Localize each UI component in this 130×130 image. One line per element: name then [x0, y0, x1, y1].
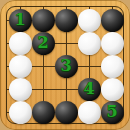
white-stone	[9, 78, 32, 101]
white-stone	[78, 32, 101, 55]
white-stone	[101, 32, 124, 55]
move-number-5: 5	[101, 101, 124, 124]
black-stone	[32, 9, 55, 32]
page-background: 12345	[0, 0, 130, 130]
white-stone	[9, 55, 32, 78]
move-number-2: 2	[32, 32, 55, 55]
white-stone	[9, 32, 32, 55]
white-stone	[78, 101, 101, 124]
go-board[interactable]: 12345	[0, 0, 130, 130]
black-stone	[32, 101, 55, 124]
black-stone	[101, 9, 124, 32]
move-number-1: 1	[9, 9, 32, 32]
move-number-4: 4	[78, 78, 101, 101]
black-stone	[55, 9, 78, 32]
white-stone	[9, 101, 32, 124]
black-stone	[55, 101, 78, 124]
white-stone	[78, 9, 101, 32]
move-number-3: 3	[55, 55, 78, 78]
white-stone	[101, 78, 124, 101]
white-stone	[101, 55, 124, 78]
